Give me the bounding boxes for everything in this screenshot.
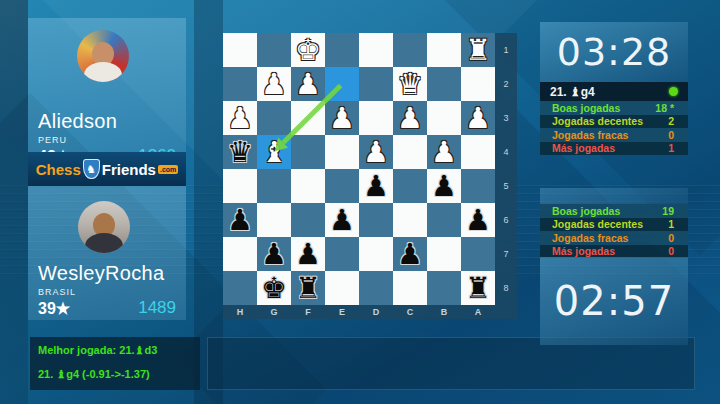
stat-row: Más jogadas1 <box>540 142 688 156</box>
chess-piece-Q: ♛ <box>393 67 427 101</box>
square-f8[interactable]: ♜ <box>291 271 325 305</box>
square-a6[interactable]: ♟ <box>461 203 495 237</box>
chess-piece-P: ♟ <box>427 135 461 169</box>
chess-piece-B: ♝ <box>257 135 291 169</box>
chess-piece-r: ♜ <box>291 271 325 305</box>
file-label: B <box>427 305 461 319</box>
chess-board: ♚♜♟♟♛♟♟♟♟♛♝♟♟♟♟♟♟♟♟♟♟♚♜♜ 12345678 HGFEDC… <box>223 33 517 319</box>
square-c1[interactable] <box>393 33 427 67</box>
square-g3[interactable] <box>257 101 291 135</box>
avatar-torso <box>84 62 122 82</box>
player-rating-bottom: 1489 <box>138 298 176 318</box>
square-c5[interactable] <box>393 169 427 203</box>
stat-value: 1 <box>668 218 674 230</box>
rank-label: 8 <box>495 271 517 305</box>
stat-label: Más jogadas <box>552 142 615 154</box>
chess-piece-k: ♚ <box>257 271 291 305</box>
stat-row: Jogadas decentes1 <box>540 218 688 232</box>
square-g5[interactable] <box>257 169 291 203</box>
square-h7[interactable] <box>223 237 257 271</box>
square-h1[interactable] <box>223 33 257 67</box>
square-g7[interactable]: ♟ <box>257 237 291 271</box>
square-e2[interactable] <box>325 67 359 101</box>
stat-label: Boas jogadas <box>552 205 620 217</box>
square-c8[interactable] <box>393 271 427 305</box>
current-move-label: 21. ♝g4 <box>550 85 595 99</box>
file-label: A <box>461 305 495 319</box>
square-h4[interactable]: ♛ <box>223 135 257 169</box>
player-card-top[interactable]: Aliedson PERU 42★ 1360 <box>28 18 186 152</box>
stat-value: 0 <box>668 232 674 244</box>
rank-label: 4 <box>495 135 517 169</box>
square-f1[interactable]: ♚ <box>291 33 325 67</box>
stat-row: Jogadas decentes2 <box>540 115 688 129</box>
square-c7[interactable]: ♟ <box>393 237 427 271</box>
square-e4[interactable] <box>325 135 359 169</box>
file-label: G <box>257 305 291 319</box>
rank-label: 1 <box>495 33 517 67</box>
player-country-bottom: BRASIL <box>38 287 76 297</box>
square-d1[interactable] <box>359 33 393 67</box>
square-a5[interactable] <box>461 169 495 203</box>
square-f7[interactable]: ♟ <box>291 237 325 271</box>
square-g6[interactable] <box>257 203 291 237</box>
square-f4[interactable] <box>291 135 325 169</box>
logo-text-friends: Friends <box>102 161 156 178</box>
rank-label: 3 <box>495 101 517 135</box>
stat-value: 18 * <box>655 102 674 114</box>
square-g8[interactable]: ♚ <box>257 271 291 305</box>
square-g1[interactable] <box>257 33 291 67</box>
square-e3[interactable]: ♟ <box>325 101 359 135</box>
square-c2[interactable]: ♛ <box>393 67 427 101</box>
square-h3[interactable]: ♟ <box>223 101 257 135</box>
square-d3[interactable] <box>359 101 393 135</box>
square-e6[interactable]: ♟ <box>325 203 359 237</box>
logo-text-com: .com <box>158 165 178 174</box>
chessfriends-logo: Chess ♞ Friends .com <box>28 152 186 186</box>
square-a3[interactable]: ♟ <box>461 101 495 135</box>
square-c3[interactable]: ♟ <box>393 101 427 135</box>
square-e5[interactable] <box>325 169 359 203</box>
analysis-panel: Melhor jogada: 21.♝d3 21. ♝g4 (-0.91->-1… <box>30 337 200 390</box>
chess-piece-p: ♟ <box>359 169 393 203</box>
stat-row: Jogadas fracas0 <box>540 231 688 245</box>
stat-row: Boas jogadas19 <box>540 204 688 218</box>
chess-piece-K: ♚ <box>291 33 325 67</box>
square-e8[interactable] <box>325 271 359 305</box>
best-move-line: Melhor jogada: 21.♝d3 <box>38 344 192 357</box>
stat-value: 1 <box>668 142 674 154</box>
square-b1[interactable] <box>427 33 461 67</box>
player-card-bottom[interactable]: WesleyRocha BRASIL 39★ 1489 <box>28 186 186 320</box>
player-name-top: Aliedson <box>38 110 117 133</box>
rank-labels: 12345678 <box>495 33 517 305</box>
player-name-bottom: WesleyRocha <box>38 262 164 285</box>
stat-label: Jogadas decentes <box>552 218 643 230</box>
square-f2[interactable]: ♟ <box>291 67 325 101</box>
turn-indicator-dot <box>669 87 678 96</box>
square-h5[interactable] <box>223 169 257 203</box>
player-country-top: PERU <box>38 135 67 145</box>
avatar-bottom-player[interactable] <box>78 201 130 253</box>
chess-piece-p: ♟ <box>393 237 427 271</box>
square-e1[interactable] <box>325 33 359 67</box>
avatar-top-player[interactable] <box>77 30 129 82</box>
square-d4[interactable]: ♟ <box>359 135 393 169</box>
chess-piece-P: ♟ <box>393 101 427 135</box>
square-b4[interactable]: ♟ <box>427 135 461 169</box>
clock-bottom: 02:57 <box>540 257 688 345</box>
stat-value: 2 <box>668 115 674 127</box>
square-b7[interactable] <box>427 237 461 271</box>
chess-piece-q: ♛ <box>223 135 257 169</box>
square-a1[interactable]: ♜ <box>461 33 495 67</box>
stat-label: Jogadas fracas <box>552 232 628 244</box>
current-move-header: 21. ♝g4 <box>540 82 688 101</box>
stat-value: 0 <box>668 129 674 141</box>
app-window: Aliedson PERU 42★ 1360 Chess ♞ Friends .… <box>0 0 720 404</box>
square-d8[interactable] <box>359 271 393 305</box>
played-move-evaluation: 21. ♝g4 (-0.91->-1.37) <box>38 368 192 381</box>
stat-row: Boas jogadas18 * <box>540 101 688 115</box>
chess-piece-P: ♟ <box>223 101 257 135</box>
square-c4[interactable] <box>393 135 427 169</box>
stat-label: Más jogadas <box>552 245 615 257</box>
stat-label: Jogadas decentes <box>552 115 643 127</box>
file-label: F <box>291 305 325 319</box>
square-d2[interactable] <box>359 67 393 101</box>
square-a8[interactable]: ♜ <box>461 271 495 305</box>
square-b5[interactable]: ♟ <box>427 169 461 203</box>
square-a2[interactable] <box>461 67 495 101</box>
square-e7[interactable] <box>325 237 359 271</box>
stat-row: Jogadas fracas0 <box>540 128 688 142</box>
square-d6[interactable] <box>359 203 393 237</box>
square-f3[interactable] <box>291 101 325 135</box>
chess-piece-P: ♟ <box>325 101 359 135</box>
square-a7[interactable] <box>461 237 495 271</box>
square-f5[interactable] <box>291 169 325 203</box>
clock-top: 03:28 <box>540 22 688 82</box>
square-c6[interactable] <box>393 203 427 237</box>
chess-piece-R: ♜ <box>461 33 495 67</box>
stat-value: 19 <box>662 205 674 217</box>
rank-label: 2 <box>495 67 517 101</box>
chess-piece-P: ♟ <box>291 67 325 101</box>
chess-piece-P: ♟ <box>257 67 291 101</box>
avatar-torso <box>85 233 123 253</box>
stat-row: Más jogadas0 <box>540 245 688 259</box>
chess-piece-p: ♟ <box>461 203 495 237</box>
square-a4[interactable] <box>461 135 495 169</box>
square-f6[interactable] <box>291 203 325 237</box>
square-b3[interactable] <box>427 101 461 135</box>
logo-text-chess: Chess <box>36 161 81 178</box>
chess-piece-p: ♟ <box>257 237 291 271</box>
shield-knight-icon: ♞ <box>83 159 100 179</box>
background-left-edge <box>0 0 28 404</box>
stats-panel-top: 21. ♝g4 Boas jogadas18 *Jogadas decentes… <box>540 82 688 155</box>
square-g2[interactable]: ♟ <box>257 67 291 101</box>
file-label: D <box>359 305 393 319</box>
square-h8[interactable] <box>223 271 257 305</box>
chess-piece-P: ♟ <box>461 101 495 135</box>
move-header-empty <box>540 188 688 204</box>
chess-piece-r: ♜ <box>461 271 495 305</box>
square-h2[interactable] <box>223 67 257 101</box>
rank-label: 5 <box>495 169 517 203</box>
square-b6[interactable] <box>427 203 461 237</box>
square-b2[interactable] <box>427 67 461 101</box>
file-label: C <box>393 305 427 319</box>
square-g4[interactable]: ♝ <box>257 135 291 169</box>
square-b8[interactable] <box>427 271 461 305</box>
square-d7[interactable] <box>359 237 393 271</box>
stat-label: Boas jogadas <box>552 102 620 114</box>
board-grid: ♚♜♟♟♛♟♟♟♟♛♝♟♟♟♟♟♟♟♟♟♟♚♜♜ <box>223 33 495 305</box>
file-label: E <box>325 305 359 319</box>
chess-piece-p: ♟ <box>291 237 325 271</box>
square-h6[interactable]: ♟ <box>223 203 257 237</box>
file-labels: HGFEDCBA <box>223 305 517 319</box>
rank-label: 6 <box>495 203 517 237</box>
player-stars-bottom: 39★ <box>38 299 70 318</box>
stat-label: Jogadas fracas <box>552 129 628 141</box>
file-label: H <box>223 305 257 319</box>
stat-value: 0 <box>668 245 674 257</box>
chess-piece-p: ♟ <box>325 203 359 237</box>
square-d5[interactable]: ♟ <box>359 169 393 203</box>
rank-label: 7 <box>495 237 517 271</box>
chess-piece-p: ♟ <box>427 169 461 203</box>
chess-piece-p: ♟ <box>223 203 257 237</box>
stats-panel-bottom: Boas jogadas19Jogadas decentes1Jogadas f… <box>540 188 688 258</box>
chess-piece-P: ♟ <box>359 135 393 169</box>
